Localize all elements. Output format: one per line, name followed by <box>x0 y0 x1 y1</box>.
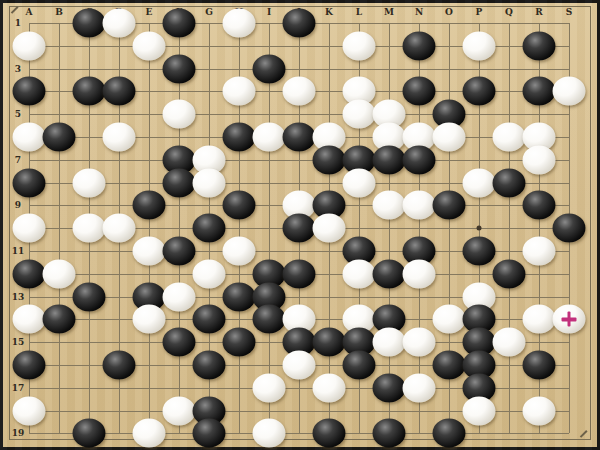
grid-horizontal-line <box>29 160 569 161</box>
black-stone <box>343 351 376 380</box>
white-stone <box>373 328 406 357</box>
black-stone <box>73 419 106 448</box>
white-stone <box>403 259 436 288</box>
black-stone <box>73 282 106 311</box>
black-stone <box>373 259 406 288</box>
black-stone <box>13 351 46 380</box>
black-stone <box>523 191 556 220</box>
black-stone <box>193 214 226 243</box>
black-stone <box>253 305 286 334</box>
black-stone <box>313 419 346 448</box>
black-stone <box>463 77 496 106</box>
column-label: L <box>356 7 362 17</box>
black-stone <box>193 305 226 334</box>
star-point <box>477 226 482 231</box>
white-stone <box>133 305 166 334</box>
row-label: 15 <box>12 337 25 347</box>
black-stone <box>223 191 256 220</box>
white-stone <box>463 168 496 197</box>
black-stone <box>463 237 496 266</box>
column-label: M <box>384 7 394 17</box>
column-label: E <box>146 7 153 17</box>
row-label: 3 <box>15 64 21 74</box>
black-stone <box>73 77 106 106</box>
black-stone <box>43 305 76 334</box>
black-stone <box>163 9 196 38</box>
black-stone <box>403 77 436 106</box>
white-stone <box>433 123 466 152</box>
black-stone <box>523 351 556 380</box>
white-stone <box>283 351 316 380</box>
row-label: 5 <box>15 109 21 119</box>
white-stone <box>373 191 406 220</box>
row-label: 13 <box>12 292 25 302</box>
white-stone <box>523 145 556 174</box>
white-stone <box>283 77 316 106</box>
white-stone <box>13 214 46 243</box>
white-stone <box>253 373 286 402</box>
column-label: O <box>445 7 453 17</box>
row-label: 17 <box>12 383 25 393</box>
column-label: K <box>325 7 333 17</box>
column-label: G <box>205 7 213 17</box>
white-stone <box>493 123 526 152</box>
white-stone <box>253 123 286 152</box>
white-stone <box>103 214 136 243</box>
white-stone <box>13 396 46 425</box>
black-stone <box>433 419 466 448</box>
white-stone <box>313 214 346 243</box>
black-stone <box>283 9 316 38</box>
black-stone <box>373 145 406 174</box>
row-label: 19 <box>12 428 25 438</box>
white-stone <box>523 305 556 334</box>
black-stone <box>313 328 346 357</box>
column-label: B <box>55 7 63 17</box>
black-stone <box>553 214 586 243</box>
row-label: 9 <box>15 200 21 210</box>
black-stone <box>223 282 256 311</box>
white-stone <box>43 259 76 288</box>
black-stone <box>373 419 406 448</box>
column-label: A <box>26 7 33 17</box>
white-stone <box>223 237 256 266</box>
black-stone <box>193 351 226 380</box>
white-stone <box>493 328 526 357</box>
white-stone <box>343 31 376 60</box>
column-label: R <box>535 7 542 17</box>
black-stone <box>283 123 316 152</box>
black-stone <box>433 351 466 380</box>
white-stone <box>253 419 286 448</box>
white-stone <box>553 77 586 106</box>
black-stone <box>223 328 256 357</box>
black-stone <box>223 123 256 152</box>
black-stone <box>403 145 436 174</box>
black-stone <box>163 168 196 197</box>
row-label: 11 <box>12 246 25 256</box>
grid-horizontal-line <box>29 69 569 70</box>
black-stone <box>13 168 46 197</box>
white-stone <box>433 305 466 334</box>
black-stone <box>193 419 226 448</box>
black-stone <box>103 77 136 106</box>
white-stone <box>13 305 46 334</box>
black-stone <box>313 145 346 174</box>
white-stone <box>163 100 196 129</box>
black-stone <box>163 328 196 357</box>
grid-horizontal-line <box>29 433 569 434</box>
white-stone <box>403 373 436 402</box>
white-stone <box>13 31 46 60</box>
white-stone <box>73 214 106 243</box>
white-stone <box>133 419 166 448</box>
black-stone <box>493 259 526 288</box>
white-stone <box>463 396 496 425</box>
black-stone <box>13 259 46 288</box>
white-stone <box>163 282 196 311</box>
white-stone <box>73 168 106 197</box>
black-stone <box>43 123 76 152</box>
go-app-window: ABCDEFGHIJKLMNOPQRS135791113151719 <box>0 0 600 450</box>
black-stone <box>523 77 556 106</box>
white-stone <box>103 123 136 152</box>
white-stone <box>403 191 436 220</box>
white-stone <box>343 100 376 129</box>
white-stone <box>193 168 226 197</box>
white-stone <box>223 9 256 38</box>
black-stone <box>403 31 436 60</box>
column-label: S <box>566 7 573 17</box>
white-stone <box>163 396 196 425</box>
black-stone <box>253 54 286 83</box>
white-stone <box>403 328 436 357</box>
black-stone <box>163 54 196 83</box>
column-label: P <box>476 7 483 17</box>
white-stone <box>133 31 166 60</box>
white-stone <box>193 259 226 288</box>
black-stone <box>283 259 316 288</box>
black-stone <box>433 191 466 220</box>
white-stone <box>133 237 166 266</box>
black-stone <box>13 77 46 106</box>
white-stone <box>523 396 556 425</box>
white-stone <box>463 31 496 60</box>
grid-horizontal-line <box>29 114 569 115</box>
white-stone <box>223 77 256 106</box>
white-stone <box>343 259 376 288</box>
row-label: 1 <box>15 18 21 28</box>
column-label: I <box>267 7 271 17</box>
white-stone <box>313 373 346 402</box>
black-stone <box>283 214 316 243</box>
black-stone <box>73 9 106 38</box>
white-stone <box>13 123 46 152</box>
column-label: N <box>415 7 423 17</box>
row-label: 7 <box>15 155 21 165</box>
white-stone <box>103 9 136 38</box>
black-stone <box>103 351 136 380</box>
black-stone <box>163 237 196 266</box>
black-stone <box>493 168 526 197</box>
black-stone <box>373 373 406 402</box>
white-stone <box>343 168 376 197</box>
crosshair-marker-icon[interactable] <box>562 312 577 327</box>
black-stone <box>523 31 556 60</box>
black-stone <box>133 191 166 220</box>
column-label: Q <box>505 7 513 17</box>
white-stone <box>523 237 556 266</box>
